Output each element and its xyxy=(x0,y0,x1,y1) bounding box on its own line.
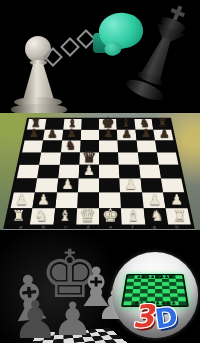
square-f2 xyxy=(120,192,143,207)
black-pawn-g7: ♟ xyxy=(136,128,155,140)
square-d1: ♛ xyxy=(76,208,99,225)
square-c6: ♞ xyxy=(61,140,81,152)
white-rook-h1: ♜ xyxy=(168,209,191,224)
square-g2: ♟ xyxy=(142,192,166,207)
white-rook-a1: ♜ xyxy=(7,209,30,224)
square-b2: ♟ xyxy=(33,192,57,207)
white-pawn-h2: ♟ xyxy=(165,193,187,207)
black-pawn-b7: ♟ xyxy=(43,128,62,140)
square-c5 xyxy=(59,152,80,165)
square-a5 xyxy=(20,152,42,165)
square-f3: ♟ xyxy=(120,178,142,192)
chess-board: ♜♝♚♝♞♜♟♟♟♟♟♟♟♞♛♟♟♟♟♟♟♟♜♞♝♛♚♝♞♜ abcdefgh xyxy=(3,118,195,230)
white-queen-d1: ♛ xyxy=(76,207,99,224)
black-pawn-e7: ♟ xyxy=(99,128,118,140)
square-g1: ♞ xyxy=(143,208,168,225)
square-g5 xyxy=(137,152,158,165)
square-h4 xyxy=(159,165,182,178)
white-pawn-d4: ♟ xyxy=(78,164,99,177)
bottom-collage: ♝ ♚ ♝ ♟ ♟ ♟ ♟♟♟♟♟♟♟♟ ♟♟♟♟♟♟♟♟ 3D xyxy=(0,230,200,343)
white-knight-b1: ♞ xyxy=(30,209,53,224)
logo-d-text: D xyxy=(153,301,180,335)
square-b4 xyxy=(37,165,59,178)
white-pawn-g2: ♟ xyxy=(143,193,165,207)
square-d7 xyxy=(80,129,99,140)
file-label-c: c xyxy=(64,225,67,230)
white-knight-g1: ♞ xyxy=(145,209,168,224)
square-b1: ♞ xyxy=(30,208,55,225)
square-a7: ♟ xyxy=(25,129,45,140)
mini-board-black-pieces: ♟♟♟♟♟♟♟♟ xyxy=(127,275,182,279)
file-label-b: b xyxy=(42,225,46,230)
app-screenshot: ♜♝♚♝♞♜♟♟♟♟♟♟♟♞♛♟♟♟♟♟♟♟♜♞♝♛♚♝♞♜ abcdefgh … xyxy=(0,0,200,343)
square-e4 xyxy=(99,165,120,178)
square-a3 xyxy=(14,178,38,192)
square-b3 xyxy=(35,178,58,192)
hero-scene xyxy=(0,0,200,113)
white-king-e1: ♚ xyxy=(99,207,122,224)
file-label-a: a xyxy=(19,225,23,230)
logo-3-text: 3 xyxy=(133,298,155,334)
square-b5 xyxy=(39,152,60,165)
white-pawn-body xyxy=(18,64,60,100)
square-h2: ♟ xyxy=(163,192,188,207)
square-d8 xyxy=(81,119,99,129)
square-e3 xyxy=(99,178,120,192)
file-label-f: f xyxy=(131,225,133,230)
square-e1: ♚ xyxy=(99,208,122,225)
file-label-d: d xyxy=(87,225,90,230)
square-e7: ♟ xyxy=(99,129,118,140)
square-f5 xyxy=(118,152,139,165)
black-knight-c6: ♞ xyxy=(61,139,80,151)
white-bishop-f1: ♝ xyxy=(122,209,145,224)
white-pawn-c3: ♟ xyxy=(56,178,77,192)
square-a6 xyxy=(22,140,43,152)
white-pawn-a2: ♟ xyxy=(10,193,32,207)
board-grid: ♜♝♚♝♞♜♟♟♟♟♟♟♟♞♛♟♟♟♟♟♟♟♜♞♝♛♚♝♞♜ xyxy=(7,119,191,224)
file-label-g: g xyxy=(153,225,157,230)
square-b6 xyxy=(41,140,61,152)
black-pawn-a7: ♟ xyxy=(25,128,44,140)
square-g4 xyxy=(139,165,161,178)
square-h5 xyxy=(157,152,179,165)
square-c1: ♝ xyxy=(53,208,77,225)
square-h3 xyxy=(161,178,185,192)
white-pawn-b2: ♟ xyxy=(33,193,55,207)
black-pawn-h7: ♟ xyxy=(155,128,174,140)
square-h1: ♜ xyxy=(165,208,191,225)
logo-3d: 3D xyxy=(112,298,198,334)
square-g3 xyxy=(140,178,163,192)
square-c3: ♟ xyxy=(56,178,78,192)
square-c2 xyxy=(55,192,78,207)
square-d3 xyxy=(78,178,99,192)
file-labels: abcdefgh xyxy=(9,225,189,230)
square-d4: ♟ xyxy=(78,165,99,178)
square-f1: ♝ xyxy=(121,208,145,225)
white-bishop-c1: ♝ xyxy=(53,209,76,224)
square-b7: ♟ xyxy=(43,129,63,140)
app-logo-badge: ♟♟♟♟♟♟♟♟ ♟♟♟♟♟♟♟♟ 3D xyxy=(112,252,198,338)
square-h7: ♟ xyxy=(153,129,173,140)
black-pawn-f7: ♟ xyxy=(118,128,137,140)
square-g7: ♟ xyxy=(135,129,155,140)
square-f7: ♟ xyxy=(117,129,136,140)
square-h6 xyxy=(155,140,176,152)
square-a4 xyxy=(17,165,40,178)
file-label-h: h xyxy=(175,225,179,230)
square-g6 xyxy=(136,140,156,152)
white-pawn-base-bottom xyxy=(11,104,67,113)
file-label-e: e xyxy=(109,225,112,230)
square-e6 xyxy=(99,140,118,152)
white-pawn-f3: ♟ xyxy=(120,178,141,192)
board-scene: ♜♝♚♝♞♜♟♟♟♟♟♟♟♞♛♟♟♟♟♟♟♟♜♞♝♛♚♝♞♜ abcdefgh xyxy=(0,113,200,230)
square-f6 xyxy=(118,140,138,152)
pawn-silhouette-icon: ♟ xyxy=(12,290,59,343)
square-e5 xyxy=(99,152,119,165)
